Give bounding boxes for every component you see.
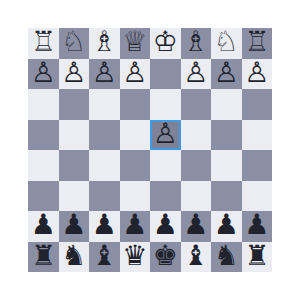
page-background: ♖♘♗♕♔♗♘♖♙♙♙♙♙♙♙♙♟♟♟♟♟♟♟♟♜♞♝♛♚♝♞♜ <box>0 0 300 300</box>
white-pawn-piece[interactable]: ♙ <box>153 119 178 150</box>
black-pawn-piece[interactable]: ♟ <box>61 210 86 241</box>
square-d1[interactable]: ♕ <box>120 28 151 59</box>
square-e4[interactable]: ♙ <box>150 120 181 151</box>
square-d8[interactable]: ♛ <box>120 242 151 273</box>
square-a6[interactable] <box>28 181 59 212</box>
square-b5[interactable] <box>59 150 90 181</box>
black-bishop-piece[interactable]: ♝ <box>92 241 117 272</box>
square-c2[interactable]: ♙ <box>89 59 120 90</box>
square-e5[interactable] <box>150 150 181 181</box>
square-g1[interactable]: ♘ <box>211 28 242 59</box>
square-f6[interactable] <box>181 181 212 212</box>
square-a7[interactable]: ♟ <box>28 211 59 242</box>
square-g3[interactable] <box>211 89 242 120</box>
square-f2[interactable]: ♙ <box>181 59 212 90</box>
white-pawn-piece[interactable]: ♙ <box>214 58 239 89</box>
white-pawn-piece[interactable]: ♙ <box>183 58 208 89</box>
square-h3[interactable] <box>242 89 273 120</box>
square-d3[interactable] <box>120 89 151 120</box>
black-pawn-piece[interactable]: ♟ <box>244 210 269 241</box>
black-pawn-piece[interactable]: ♟ <box>183 210 208 241</box>
square-d5[interactable] <box>120 150 151 181</box>
black-bishop-piece[interactable]: ♝ <box>183 241 208 272</box>
square-e1[interactable]: ♔ <box>150 28 181 59</box>
white-pawn-piece[interactable]: ♙ <box>92 58 117 89</box>
square-b1[interactable]: ♘ <box>59 28 90 59</box>
white-pawn-piece[interactable]: ♙ <box>122 58 147 89</box>
square-b4[interactable] <box>59 120 90 151</box>
black-knight-piece[interactable]: ♞ <box>61 241 86 272</box>
square-a1[interactable]: ♖ <box>28 28 59 59</box>
square-d7[interactable]: ♟ <box>120 211 151 242</box>
square-d6[interactable] <box>120 181 151 212</box>
square-c6[interactable] <box>89 181 120 212</box>
black-pawn-piece[interactable]: ♟ <box>153 210 178 241</box>
white-pawn-piece[interactable]: ♙ <box>61 58 86 89</box>
white-pawn-piece[interactable]: ♙ <box>31 58 56 89</box>
black-pawn-piece[interactable]: ♟ <box>31 210 56 241</box>
square-a4[interactable] <box>28 120 59 151</box>
square-c1[interactable]: ♗ <box>89 28 120 59</box>
square-h4[interactable] <box>242 120 273 151</box>
black-rook-piece[interactable]: ♜ <box>31 241 56 272</box>
white-knight-piece[interactable]: ♘ <box>61 27 86 58</box>
square-f7[interactable]: ♟ <box>181 211 212 242</box>
square-e2[interactable] <box>150 59 181 90</box>
chess-board: ♖♘♗♕♔♗♘♖♙♙♙♙♙♙♙♙♟♟♟♟♟♟♟♟♜♞♝♛♚♝♞♜ <box>28 28 272 272</box>
square-h1[interactable]: ♖ <box>242 28 273 59</box>
square-c5[interactable] <box>89 150 120 181</box>
square-c7[interactable]: ♟ <box>89 211 120 242</box>
square-b8[interactable]: ♞ <box>59 242 90 273</box>
square-b3[interactable] <box>59 89 90 120</box>
white-king-piece[interactable]: ♔ <box>153 27 178 58</box>
square-b7[interactable]: ♟ <box>59 211 90 242</box>
black-knight-piece[interactable]: ♞ <box>214 241 239 272</box>
square-b2[interactable]: ♙ <box>59 59 90 90</box>
square-g2[interactable]: ♙ <box>211 59 242 90</box>
white-queen-piece[interactable]: ♕ <box>122 27 147 58</box>
square-a8[interactable]: ♜ <box>28 242 59 273</box>
white-bishop-piece[interactable]: ♗ <box>183 27 208 58</box>
black-queen-piece[interactable]: ♛ <box>122 241 147 272</box>
square-f1[interactable]: ♗ <box>181 28 212 59</box>
square-g5[interactable] <box>211 150 242 181</box>
square-f5[interactable] <box>181 150 212 181</box>
square-h5[interactable] <box>242 150 273 181</box>
white-pawn-piece[interactable]: ♙ <box>244 58 269 89</box>
black-king-piece[interactable]: ♚ <box>153 241 178 272</box>
square-h8[interactable]: ♜ <box>242 242 273 273</box>
square-c4[interactable] <box>89 120 120 151</box>
square-a2[interactable]: ♙ <box>28 59 59 90</box>
square-d4[interactable] <box>120 120 151 151</box>
square-d2[interactable]: ♙ <box>120 59 151 90</box>
black-pawn-piece[interactable]: ♟ <box>214 210 239 241</box>
square-g6[interactable] <box>211 181 242 212</box>
square-f4[interactable] <box>181 120 212 151</box>
square-b6[interactable] <box>59 181 90 212</box>
square-h2[interactable]: ♙ <box>242 59 273 90</box>
square-h6[interactable] <box>242 181 273 212</box>
square-e8[interactable]: ♚ <box>150 242 181 273</box>
square-f8[interactable]: ♝ <box>181 242 212 273</box>
square-g8[interactable]: ♞ <box>211 242 242 273</box>
white-knight-piece[interactable]: ♘ <box>214 27 239 58</box>
square-f3[interactable] <box>181 89 212 120</box>
square-a3[interactable] <box>28 89 59 120</box>
square-e3[interactable] <box>150 89 181 120</box>
square-e6[interactable] <box>150 181 181 212</box>
white-rook-piece[interactable]: ♖ <box>244 27 269 58</box>
square-h7[interactable]: ♟ <box>242 211 273 242</box>
white-bishop-piece[interactable]: ♗ <box>92 27 117 58</box>
square-a5[interactable] <box>28 150 59 181</box>
square-g7[interactable]: ♟ <box>211 211 242 242</box>
square-c8[interactable]: ♝ <box>89 242 120 273</box>
white-rook-piece[interactable]: ♖ <box>31 27 56 58</box>
black-pawn-piece[interactable]: ♟ <box>122 210 147 241</box>
square-g4[interactable] <box>211 120 242 151</box>
square-e7[interactable]: ♟ <box>150 211 181 242</box>
black-pawn-piece[interactable]: ♟ <box>92 210 117 241</box>
square-c3[interactable] <box>89 89 120 120</box>
black-rook-piece[interactable]: ♜ <box>244 241 269 272</box>
